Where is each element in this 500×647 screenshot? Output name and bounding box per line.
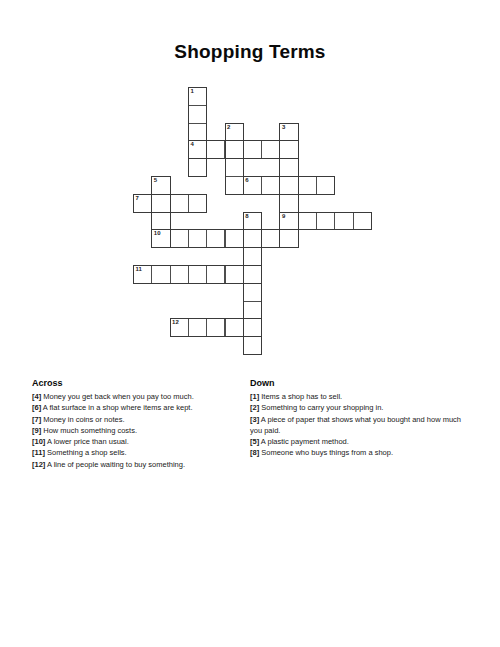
grid-cell[interactable] [188, 318, 207, 337]
down-clues-section: Down [1] Items a shop has to sell.[2] So… [250, 378, 462, 459]
across-clues-section: Across [4] Money you get back when you p… [32, 378, 244, 470]
clue-item-12: [12] A line of people waiting to buy som… [32, 459, 244, 470]
grid-cell[interactable] [206, 140, 225, 159]
cell-number: 2 [227, 124, 230, 131]
clue-text: Items a shop has to sell. [259, 392, 342, 401]
grid-cell[interactable] [316, 212, 335, 231]
down-clue-list: [1] Items a shop has to sell.[2] Somethi… [250, 391, 462, 459]
cell-number: 5 [154, 177, 157, 184]
grid-cell[interactable] [206, 265, 225, 284]
clue-text: A plastic payment method. [259, 437, 349, 446]
grid-cell[interactable] [188, 105, 207, 124]
grid-cell[interactable] [188, 194, 207, 213]
crossword-grid: 123456789101112 [133, 87, 372, 355]
cell-number: 9 [282, 213, 285, 220]
grid-cell[interactable] [261, 176, 280, 195]
cell-number: 4 [190, 141, 193, 148]
grid-cell[interactable] [188, 265, 207, 284]
grid-cell[interactable]: 7 [133, 194, 152, 213]
clue-item-2: [2] Something to carry your shopping in. [250, 402, 462, 413]
clue-item-5: [5] A plastic payment method. [250, 436, 462, 447]
clue-text: Money in coins or notes. [41, 415, 124, 424]
puzzle-title: Shopping Terms [0, 41, 500, 63]
grid-cell[interactable] [225, 318, 244, 337]
grid-cell[interactable] [151, 212, 170, 231]
clue-item-6: [6] A flat surface in a shop where items… [32, 402, 244, 413]
grid-cell[interactable] [243, 229, 262, 248]
clue-text: Something to carry your shopping in. [259, 403, 383, 412]
clue-text: A lower price than usual. [45, 437, 128, 446]
grid-cell[interactable] [170, 194, 189, 213]
grid-cell[interactable]: 6 [243, 176, 262, 195]
clue-item-9: [9] How much something costs. [32, 425, 244, 436]
clue-item-8: [8] Someone who buys things from a shop. [250, 447, 462, 458]
grid-cell[interactable] [279, 158, 298, 177]
grid-cell[interactable] [279, 140, 298, 159]
grid-cell[interactable]: 10 [151, 229, 170, 248]
grid-cell[interactable] [261, 140, 280, 159]
grid-cell[interactable] [243, 301, 262, 320]
clue-number: [8] [250, 448, 259, 457]
clue-number: [5] [250, 437, 259, 446]
grid-cell[interactable] [243, 247, 262, 266]
grid-cell[interactable]: 4 [188, 140, 207, 159]
grid-cell[interactable] [188, 158, 207, 177]
clue-number: [3] [250, 415, 259, 424]
cell-number: 11 [136, 266, 142, 273]
cell-number: 10 [154, 230, 161, 237]
clue-text: How much something costs. [41, 426, 137, 435]
grid-cell[interactable] [206, 318, 225, 337]
clue-number: [2] [250, 403, 259, 412]
clue-text: Something a shop sells. [45, 448, 127, 457]
clue-text: A line of people waiting to buy somethin… [45, 460, 185, 469]
grid-cell[interactable] [279, 176, 298, 195]
clue-text: Money you get back when you pay too much… [41, 392, 194, 401]
cell-number: 12 [172, 319, 179, 326]
grid-cell[interactable]: 12 [170, 318, 189, 337]
grid-cell[interactable] [243, 140, 262, 159]
cell-number: 8 [245, 213, 248, 220]
clue-number: [10] [32, 437, 45, 446]
grid-cell[interactable] [316, 176, 335, 195]
clue-item-10: [10] A lower price than usual. [32, 436, 244, 447]
grid-cell[interactable] [188, 123, 207, 142]
grid-cell[interactable]: 8 [243, 212, 262, 231]
grid-cell[interactable] [188, 229, 207, 248]
grid-cell[interactable] [243, 283, 262, 302]
clue-item-3: [3] A piece of paper that shows what you… [250, 414, 462, 437]
grid-cell[interactable] [298, 212, 317, 231]
grid-cell[interactable] [279, 229, 298, 248]
grid-cell[interactable] [334, 212, 353, 231]
grid-cell[interactable] [353, 212, 372, 231]
clue-item-4: [4] Money you get back when you pay too … [32, 391, 244, 402]
clue-number: [1] [250, 392, 259, 401]
grid-cell[interactable]: 5 [151, 176, 170, 195]
clue-number: [4] [32, 392, 41, 401]
clue-number: [11] [32, 448, 45, 457]
clue-number: [7] [32, 415, 41, 424]
clue-text: A flat surface in a shop where items are… [41, 403, 192, 412]
grid-cell[interactable] [225, 176, 244, 195]
clue-number: [9] [32, 426, 41, 435]
grid-cell[interactable]: 3 [279, 123, 298, 142]
grid-cell[interactable] [298, 176, 317, 195]
across-clue-list: [4] Money you get back when you pay too … [32, 391, 244, 470]
grid-cell[interactable]: 9 [279, 212, 298, 231]
down-header: Down [250, 378, 462, 388]
cell-number: 3 [282, 124, 285, 131]
grid-cell[interactable] [225, 140, 244, 159]
grid-cell[interactable] [170, 265, 189, 284]
grid-cell[interactable] [170, 229, 189, 248]
crossword-page: Shopping Terms 123456789101112 Across [4… [0, 0, 500, 647]
clue-number: [6] [32, 403, 41, 412]
grid-cell[interactable] [243, 336, 262, 355]
cell-number: 6 [245, 177, 248, 184]
grid-cell[interactable]: 2 [225, 123, 244, 142]
grid-cell[interactable] [261, 229, 280, 248]
grid-cell[interactable] [151, 265, 170, 284]
grid-cell[interactable] [279, 194, 298, 213]
grid-cell[interactable] [225, 158, 244, 177]
clue-item-1: [1] Items a shop has to sell. [250, 391, 462, 402]
grid-cell[interactable] [225, 229, 244, 248]
cell-number: 7 [136, 195, 139, 202]
clue-number: [12] [32, 460, 45, 469]
grid-cell[interactable] [225, 265, 244, 284]
grid-cell[interactable] [243, 265, 262, 284]
grid-cell[interactable] [206, 229, 225, 248]
clue-item-7: [7] Money in coins or notes. [32, 414, 244, 425]
grid-cell[interactable]: 11 [133, 265, 152, 284]
grid-cell[interactable]: 1 [188, 87, 207, 106]
clue-item-11: [11] Something a shop sells. [32, 447, 244, 458]
across-header: Across [32, 378, 244, 388]
grid-cell[interactable] [243, 318, 262, 337]
clue-text: A piece of paper that shows what you bou… [250, 415, 461, 435]
cell-number: 1 [190, 88, 193, 95]
clue-text: Someone who buys things from a shop. [259, 448, 393, 457]
grid-cell[interactable] [151, 194, 170, 213]
